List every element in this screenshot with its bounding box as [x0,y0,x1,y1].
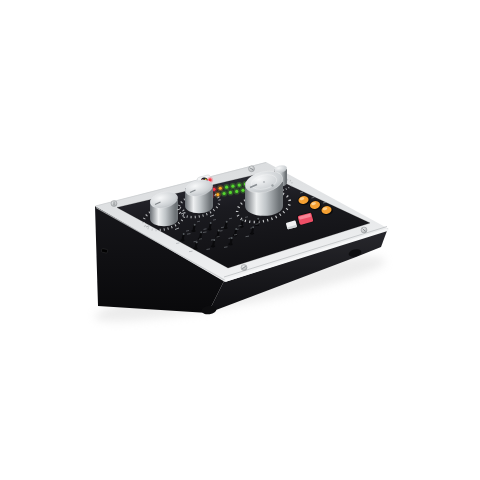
meter-led [241,189,244,192]
toggle-tip [252,226,254,228]
toggle-tip [218,230,220,232]
meter-led [235,190,238,193]
toggle-tip [183,233,185,235]
meter-led [231,185,234,188]
toggle-tip [213,239,215,241]
toggle-tip [242,219,244,221]
toggle-lever [231,238,232,244]
toggle-lever [242,220,243,226]
toggle-lever [196,242,197,248]
toggle-lever [210,223,211,229]
screw [361,227,367,233]
toggle-tip [200,231,202,233]
toggle-lever [194,225,195,231]
toggle-lever [226,222,227,228]
toggle-lever [200,232,201,238]
knob-dimple [271,184,273,186]
toggle-tip [210,222,212,224]
meter-led [219,187,222,190]
toggle-tip [226,221,228,223]
photo-canvas [0,0,480,480]
toggle-lever [213,240,214,246]
toggle-lever [218,231,219,237]
toggle-tip [235,228,237,230]
meter-led [238,184,241,187]
toggle-tip [194,224,196,226]
toggle-tip [231,237,233,239]
knob-center-dot [263,181,265,183]
toggle-tip [196,241,198,243]
toggle-lever [252,227,253,233]
toggle-tip [257,218,259,220]
meter-led [216,193,219,196]
audio-interface-photo [0,0,480,480]
meter-led [223,192,226,195]
screw [111,201,117,207]
toggle-lever [183,234,184,240]
meter-led [229,191,232,194]
screw [241,265,247,271]
screw [249,166,255,172]
meter-led [225,186,228,189]
